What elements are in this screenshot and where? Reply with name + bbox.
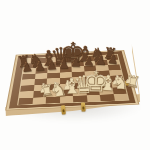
pieces-layer: ♜♞♝♛♚♝♞♜♟♟♟♟♟♟♟♟♟♟♟♟♟♟♟♟♜♞♝♛♚♝♞♜ (0, 0, 150, 150)
piece-black-pawn-h7: ♟ (107, 53, 120, 67)
chess-set-photo: ♜♞♝♛♚♝♞♜♟♟♟♟♟♟♟♟♟♟♟♟♟♟♟♟♜♞♝♛♚♝♞♜ (0, 0, 150, 150)
piece-black-pawn-d7: ♟ (58, 58, 69, 71)
piece-black-pawn-a7: ♟ (21, 61, 34, 75)
piece-black-pawn-c7: ♟ (46, 59, 58, 72)
piece-black-pawn-e7: ♟ (71, 57, 82, 70)
piece-white-rook-h1: ♜ (125, 74, 141, 91)
piece-black-pawn-b7: ♟ (33, 60, 45, 74)
